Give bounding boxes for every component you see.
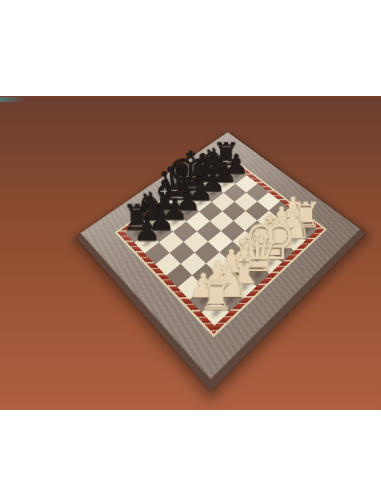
scene: ♜♞♝♛♚♝♞♜♟♟♟♟♟♟♟♟♟♟♟♟♟♟♟♟♜♞♝♛♚♝♞♜	[0, 97, 381, 410]
chess-board: ♜♞♝♛♚♝♞♜♟♟♟♟♟♟♟♟♟♟♟♟♟♟♟♟♜♞♝♛♚♝♞♜	[80, 132, 360, 380]
chess-set-photo: ♜♞♝♛♚♝♞♜♟♟♟♟♟♟♟♟♟♟♟♟♟♟♟♟♜♞♝♛♚♝♞♜	[0, 96, 381, 410]
black-pawn: ♟	[133, 215, 160, 246]
white-rook: ♜	[197, 276, 233, 316]
